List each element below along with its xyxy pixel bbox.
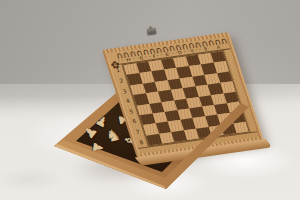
board-face: ∩∩∩∩∩∩∩∩∩∩∩∩∩∩∩∩∩∩∩∩∩∩ ·················… <box>107 37 258 154</box>
file-label: A <box>211 44 225 51</box>
rank-label: 8 <box>135 136 148 148</box>
chess-box-photo: ♟♟♞♟♝♟♟ ∩∩∩∩∩∩∩∩∩∩∩∩∩∩∩∩∩∩∩∩∩∩ ·········… <box>0 0 300 200</box>
